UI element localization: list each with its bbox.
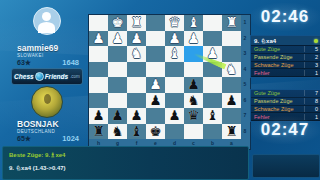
stat-row: Gute Züge5 bbox=[251, 46, 320, 54]
white-pawn: ♟ bbox=[146, 77, 165, 93]
logo-text-chess: Chess bbox=[14, 73, 34, 80]
square-a5[interactable] bbox=[222, 77, 241, 93]
square-c7[interactable]: ♛ bbox=[184, 108, 203, 124]
square-g1[interactable]: ♚ bbox=[108, 15, 127, 31]
avatar-top-player bbox=[33, 7, 61, 35]
white-rook: ♜ bbox=[127, 15, 146, 31]
bottom-player-stars: 65★ bbox=[17, 135, 31, 143]
square-f2[interactable]: ♟ bbox=[127, 31, 146, 47]
square-h3[interactable] bbox=[89, 46, 108, 62]
analysis-panel: Beste Züge: 9.♗xe4 9. ♘xa4 (1.43->0.47) bbox=[2, 146, 249, 180]
square-h4[interactable] bbox=[89, 62, 108, 78]
square-f6[interactable] bbox=[127, 93, 146, 109]
white-bishop: ♝ bbox=[184, 15, 203, 31]
top-player-clock: 02:46 bbox=[250, 3, 320, 31]
avatar-silhouette bbox=[38, 22, 55, 33]
square-b5[interactable] bbox=[203, 77, 222, 93]
black-bishop: ♝ bbox=[203, 108, 222, 124]
square-h1[interactable] bbox=[89, 15, 108, 31]
game-screen: sammie69 SLOWAKEI 63★ 1648 Chess Friends… bbox=[0, 0, 320, 180]
square-b3[interactable]: ♟ bbox=[203, 46, 222, 62]
stat-label: Fehler bbox=[254, 70, 270, 76]
square-h2[interactable]: ♟ bbox=[89, 31, 108, 47]
square-b8[interactable] bbox=[203, 124, 222, 140]
last-move-label: 9. ♘xa4 bbox=[254, 37, 276, 44]
logo-text-friends: Friends bbox=[45, 73, 68, 80]
square-a2[interactable] bbox=[222, 31, 241, 47]
black-knight: ♞ bbox=[108, 124, 127, 140]
white-pawn: ♟ bbox=[108, 31, 127, 47]
stat-label: Gute Züge bbox=[254, 90, 280, 96]
square-g3[interactable] bbox=[108, 46, 127, 62]
stat-row: Fehler1 bbox=[251, 69, 320, 77]
square-g2[interactable]: ♟ bbox=[108, 31, 127, 47]
chat-panel[interactable] bbox=[252, 154, 320, 178]
white-pawn: ♟ bbox=[165, 31, 184, 47]
square-e8[interactable]: ♚ bbox=[146, 124, 165, 140]
square-f5[interactable] bbox=[127, 77, 146, 93]
globe-icon bbox=[35, 72, 44, 81]
black-pawn: ♟ bbox=[127, 108, 146, 124]
avatar-bottom-player bbox=[31, 86, 63, 118]
square-c6[interactable]: ♞ bbox=[184, 93, 203, 109]
square-g4[interactable] bbox=[108, 62, 127, 78]
square-f7[interactable]: ♟ bbox=[127, 108, 146, 124]
black-pawn: ♟ bbox=[146, 93, 165, 109]
square-e7[interactable] bbox=[146, 108, 165, 124]
square-d8[interactable] bbox=[165, 124, 184, 140]
white-knight: ♞ bbox=[222, 62, 241, 78]
black-pawn: ♟ bbox=[222, 93, 241, 109]
square-h8[interactable]: ♜ bbox=[89, 124, 108, 140]
bottom-player-name: BOSNJAK bbox=[17, 119, 59, 129]
stat-value: 5 bbox=[304, 46, 318, 52]
stat-row: Schwache Züge0 bbox=[251, 106, 320, 114]
stat-row: Gute Züge7 bbox=[251, 90, 320, 98]
square-c5[interactable]: ♟ bbox=[184, 77, 203, 93]
black-bishop: ♝ bbox=[127, 124, 146, 140]
square-e1[interactable] bbox=[146, 15, 165, 31]
square-b2[interactable] bbox=[203, 31, 222, 47]
square-g7[interactable]: ♟ bbox=[108, 108, 127, 124]
bottom-player-clock: 02:47 bbox=[250, 116, 320, 144]
chessfriends-logo[interactable]: Chess Friends .com bbox=[11, 68, 83, 85]
white-pawn: ♟ bbox=[89, 31, 108, 47]
stat-value: 1 bbox=[304, 70, 318, 76]
square-e4[interactable] bbox=[146, 62, 165, 78]
square-d1[interactable]: ♛ bbox=[165, 15, 184, 31]
white-pawn: ♟ bbox=[184, 31, 203, 47]
square-d6[interactable] bbox=[165, 93, 184, 109]
square-h7[interactable]: ♟ bbox=[89, 108, 108, 124]
square-b7[interactable]: ♝ bbox=[203, 108, 222, 124]
square-f8[interactable]: ♝ bbox=[127, 124, 146, 140]
square-d2[interactable]: ♟ bbox=[165, 31, 184, 47]
black-pawn: ♟ bbox=[89, 108, 108, 124]
square-b4[interactable] bbox=[203, 62, 222, 78]
black-queen: ♛ bbox=[184, 108, 203, 124]
stat-label: Schwache Züge bbox=[254, 106, 293, 112]
stat-label: Passende Züge bbox=[254, 54, 293, 60]
square-a7[interactable] bbox=[222, 108, 241, 124]
board-grid: ♚♜♛♝♜♟♟♟♟♟♞♝♟♞♟♟♟♞♟♟♟♟♟♛♝♜♞♝♚♜ bbox=[89, 15, 241, 139]
square-e5[interactable]: ♟ bbox=[146, 77, 165, 93]
white-pawn: ♟ bbox=[203, 46, 222, 62]
square-d3[interactable]: ♝ bbox=[165, 46, 184, 62]
square-d7[interactable]: ♟ bbox=[165, 108, 184, 124]
avatar-photo-detail bbox=[44, 94, 51, 104]
square-c2[interactable]: ♟ bbox=[184, 31, 203, 47]
top-player-rating: 1648 bbox=[62, 58, 79, 67]
top-player-name: sammie69 bbox=[17, 43, 58, 53]
top-stats-rows: Gute Züge5Passende Züge2Schwache Züge3Fe… bbox=[251, 46, 320, 77]
white-knight: ♞ bbox=[127, 46, 146, 62]
top-player-stars: 63★ bbox=[17, 59, 31, 67]
square-e6[interactable]: ♟ bbox=[146, 93, 165, 109]
square-h6[interactable] bbox=[89, 93, 108, 109]
square-c1[interactable]: ♝ bbox=[184, 15, 203, 31]
square-h5[interactable] bbox=[89, 77, 108, 93]
square-g5[interactable] bbox=[108, 77, 127, 93]
square-c3[interactable] bbox=[184, 46, 203, 62]
white-queen: ♛ bbox=[165, 15, 184, 31]
black-pawn: ♟ bbox=[184, 77, 203, 93]
square-a1[interactable]: ♜ bbox=[222, 15, 241, 31]
rank-labels: 12345678 bbox=[241, 15, 249, 139]
stat-label: Gute Züge bbox=[254, 46, 280, 52]
white-king: ♚ bbox=[108, 15, 127, 31]
square-f1[interactable]: ♜ bbox=[127, 15, 146, 31]
black-king: ♚ bbox=[146, 124, 165, 140]
black-pawn: ♟ bbox=[108, 108, 127, 124]
square-g6[interactable] bbox=[108, 93, 127, 109]
white-rook: ♜ bbox=[222, 15, 241, 31]
black-pawn: ♟ bbox=[165, 108, 184, 124]
white-bishop: ♝ bbox=[165, 46, 184, 62]
stat-label: Schwache Züge bbox=[254, 62, 293, 68]
black-rook: ♜ bbox=[222, 124, 241, 140]
square-e3[interactable] bbox=[146, 46, 165, 62]
square-f3[interactable]: ♞ bbox=[127, 46, 146, 62]
black-rook: ♜ bbox=[89, 124, 108, 140]
square-f4[interactable] bbox=[127, 62, 146, 78]
logo-text-tld: .com bbox=[70, 74, 80, 79]
square-a4[interactable]: ♞ bbox=[222, 62, 241, 78]
square-c4[interactable] bbox=[184, 62, 203, 78]
stat-label: Passende Züge bbox=[254, 98, 293, 104]
chess-board[interactable]: ♚♜♛♝♜♟♟♟♟♟♞♝♟♞♟♟♟♞♟♟♟♟♟♛♝♜♞♝♚♜ hgfedcba … bbox=[88, 14, 251, 150]
move-quality-dot-icon bbox=[314, 39, 318, 43]
square-e2[interactable] bbox=[146, 31, 165, 47]
white-pawn: ♟ bbox=[127, 31, 146, 47]
stat-row: Passende Züge2 bbox=[251, 54, 320, 62]
bottom-player-rating: 1024 bbox=[62, 134, 79, 143]
stat-value: 8 bbox=[304, 98, 318, 104]
top-player-move-stats: 9. ♘xa4 Gute Züge5Passende Züge2Schwache… bbox=[250, 35, 320, 78]
stat-value: 0 bbox=[304, 106, 318, 112]
square-a6[interactable]: ♟ bbox=[222, 93, 241, 109]
square-a3[interactable] bbox=[222, 46, 241, 62]
best-move-text: Beste Züge: 9.♗xe4 bbox=[9, 151, 65, 158]
stat-value: 2 bbox=[304, 54, 318, 60]
square-c8[interactable] bbox=[184, 124, 203, 140]
square-g8[interactable]: ♞ bbox=[108, 124, 127, 140]
avatar-silhouette bbox=[42, 12, 51, 21]
stat-value: 3 bbox=[304, 62, 318, 68]
square-d5[interactable] bbox=[165, 77, 184, 93]
stat-row: Passende Züge8 bbox=[251, 98, 320, 106]
played-move-text: 9. ♘xa4 (1.43->0.47) bbox=[9, 164, 66, 171]
stat-value: 7 bbox=[304, 90, 318, 96]
black-knight: ♞ bbox=[184, 93, 203, 109]
stat-row: Schwache Züge3 bbox=[251, 62, 320, 70]
square-d4[interactable] bbox=[165, 62, 184, 78]
square-a8[interactable]: ♜ bbox=[222, 124, 241, 140]
square-b6[interactable] bbox=[203, 93, 222, 109]
square-b1[interactable] bbox=[203, 15, 222, 31]
